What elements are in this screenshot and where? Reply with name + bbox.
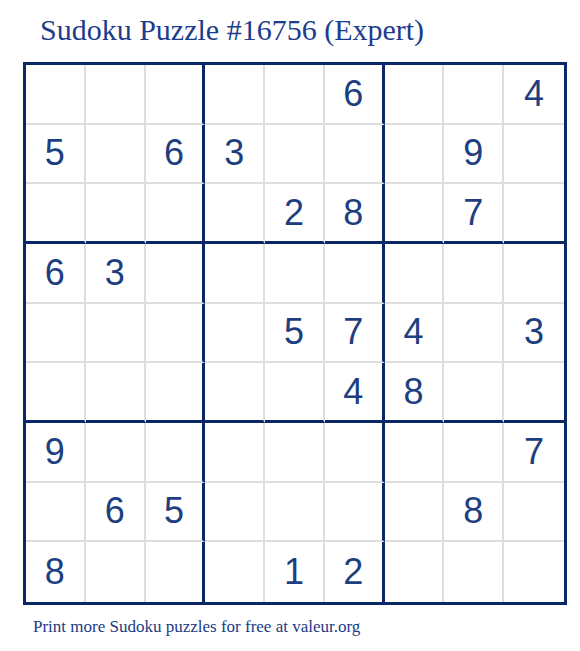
cell-r3c8[interactable]: 7 [444,184,504,244]
cell-r4c7[interactable] [385,244,445,304]
cell-r1c1[interactable] [26,65,86,125]
cell-r8c2[interactable]: 6 [86,483,146,543]
cell-r4c5[interactable] [265,244,325,304]
cell-r1c4[interactable] [205,65,265,125]
cell-r8c6[interactable] [325,483,385,543]
cell-r7c2[interactable] [86,423,146,483]
cell-r5c3[interactable] [146,304,206,364]
cell-r2c1[interactable]: 5 [26,125,86,185]
cell-r9c5[interactable]: 1 [265,542,325,602]
cell-r7c8[interactable] [444,423,504,483]
cell-r3c1[interactable] [26,184,86,244]
cell-r1c7[interactable] [385,65,445,125]
cell-r4c9[interactable] [504,244,564,304]
cell-r5c4[interactable] [205,304,265,364]
cell-r2c6[interactable] [325,125,385,185]
cell-r5c5[interactable]: 5 [265,304,325,364]
cell-r2c3[interactable]: 6 [146,125,206,185]
cell-r2c7[interactable] [385,125,445,185]
cell-r9c9[interactable] [504,542,564,602]
cell-r7c7[interactable] [385,423,445,483]
cell-r8c9[interactable] [504,483,564,543]
cell-r8c1[interactable] [26,483,86,543]
cell-r9c1[interactable]: 8 [26,542,86,602]
cell-r1c2[interactable] [86,65,146,125]
cell-r7c9[interactable]: 7 [504,423,564,483]
cell-r1c6[interactable]: 6 [325,65,385,125]
cell-r6c2[interactable] [86,363,146,423]
cell-r5c7[interactable]: 4 [385,304,445,364]
cell-r4c6[interactable] [325,244,385,304]
cell-r2c9[interactable] [504,125,564,185]
cell-r3c2[interactable] [86,184,146,244]
cell-r8c7[interactable] [385,483,445,543]
cell-r6c9[interactable] [504,363,564,423]
cell-r3c4[interactable] [205,184,265,244]
cell-r9c2[interactable] [86,542,146,602]
cell-r2c2[interactable] [86,125,146,185]
cell-r8c8[interactable]: 8 [444,483,504,543]
cell-r5c9[interactable]: 3 [504,304,564,364]
cell-r3c5[interactable]: 2 [265,184,325,244]
cell-r6c1[interactable] [26,363,86,423]
cell-r8c3[interactable]: 5 [146,483,206,543]
cell-r9c3[interactable] [146,542,206,602]
cell-r7c1[interactable]: 9 [26,423,86,483]
cell-r6c4[interactable] [205,363,265,423]
cell-r1c9[interactable]: 4 [504,65,564,125]
cell-r1c3[interactable] [146,65,206,125]
cell-r5c1[interactable] [26,304,86,364]
cell-r7c4[interactable] [205,423,265,483]
cell-r1c8[interactable] [444,65,504,125]
cell-r6c8[interactable] [444,363,504,423]
cell-r5c8[interactable] [444,304,504,364]
cell-r4c1[interactable]: 6 [26,244,86,304]
cell-r4c3[interactable] [146,244,206,304]
sudoku-board: 6456392876357434897658812 [23,62,567,605]
cell-r9c8[interactable] [444,542,504,602]
cell-r4c4[interactable] [205,244,265,304]
cell-r7c5[interactable] [265,423,325,483]
cell-r3c3[interactable] [146,184,206,244]
footer-credit-text: Print more Sudoku puzzles for free at va… [33,617,360,637]
cell-r7c6[interactable] [325,423,385,483]
cell-r4c2[interactable]: 3 [86,244,146,304]
cell-r7c3[interactable] [146,423,206,483]
cell-r5c2[interactable] [86,304,146,364]
cell-r3c6[interactable]: 8 [325,184,385,244]
cell-r9c6[interactable]: 2 [325,542,385,602]
cell-r1c5[interactable] [265,65,325,125]
cell-r3c9[interactable] [504,184,564,244]
cell-r9c4[interactable] [205,542,265,602]
cell-r8c4[interactable] [205,483,265,543]
page-title: Sudoku Puzzle #16756 (Expert) [40,13,424,47]
cell-r2c8[interactable]: 9 [444,125,504,185]
cell-r8c5[interactable] [265,483,325,543]
cell-r2c5[interactable] [265,125,325,185]
cell-r3c7[interactable] [385,184,445,244]
cell-r6c6[interactable]: 4 [325,363,385,423]
cell-r4c8[interactable] [444,244,504,304]
cell-r5c6[interactable]: 7 [325,304,385,364]
cell-r9c7[interactable] [385,542,445,602]
cell-r6c7[interactable]: 8 [385,363,445,423]
cell-r6c3[interactable] [146,363,206,423]
cell-r6c5[interactable] [265,363,325,423]
cell-r2c4[interactable]: 3 [205,125,265,185]
